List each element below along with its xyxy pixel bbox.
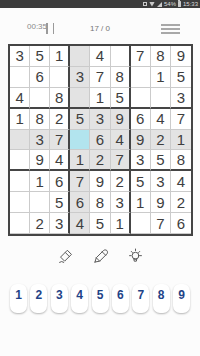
signal-icon [157, 2, 162, 7]
cell-r5c9[interactable]: 1 [171, 130, 191, 151]
cell-r4c4[interactable]: 5 [70, 109, 90, 130]
hamburger-icon [161, 24, 180, 26]
cell-r6c3[interactable]: 4 [50, 150, 70, 171]
pencil-icon [92, 247, 109, 266]
cell-r4c3[interactable]: 2 [50, 109, 70, 130]
cell-r8c6[interactable]: 3 [111, 192, 131, 213]
cell-r3c8[interactable] [151, 88, 171, 109]
cell-r7c3[interactable]: 6 [50, 171, 70, 192]
cell-r3c1[interactable]: 4 [10, 88, 30, 109]
cell-r2c1[interactable] [10, 67, 30, 88]
cell-r1c7[interactable]: 7 [131, 46, 151, 67]
cell-r2c9[interactable]: 5 [171, 67, 191, 88]
cell-r5c8[interactable]: 2 [151, 130, 171, 151]
clock: 15:33 [183, 0, 198, 8]
cell-r9c1[interactable] [10, 213, 30, 234]
cell-r9c5[interactable]: 5 [90, 213, 110, 234]
cell-r9c7[interactable] [131, 213, 151, 234]
screenshot-icon [143, 2, 147, 6]
cell-r4c2[interactable]: 8 [30, 109, 50, 130]
cell-r6c6[interactable]: 7 [111, 150, 131, 171]
cell-r3c4[interactable] [70, 88, 90, 109]
number-button-9[interactable]: 9 [173, 284, 190, 313]
cell-r8c2[interactable] [30, 192, 50, 213]
cell-r3c9[interactable]: 3 [171, 88, 191, 109]
cell-r9c6[interactable]: 1 [111, 213, 131, 234]
cell-r8c5[interactable]: 8 [90, 192, 110, 213]
cell-r1c6[interactable] [111, 46, 131, 67]
cell-r2c4[interactable]: 3 [70, 67, 90, 88]
cell-r4c5[interactable]: 3 [90, 109, 110, 130]
cell-r3c5[interactable]: 1 [90, 88, 110, 109]
cell-r1c9[interactable]: 9 [171, 46, 191, 67]
toolbar [0, 247, 200, 266]
number-button-7[interactable]: 7 [132, 284, 149, 313]
cell-r9c8[interactable]: 7 [151, 213, 171, 234]
cell-r5c7[interactable]: 9 [131, 130, 151, 151]
cell-r6c8[interactable]: 5 [151, 150, 171, 171]
cell-r4c6[interactable]: 9 [111, 109, 131, 130]
hamburger-icon [161, 28, 180, 30]
cell-r9c9[interactable]: 6 [171, 213, 191, 234]
cell-r6c7[interactable]: 3 [131, 150, 151, 171]
cell-r1c1[interactable]: 3 [10, 46, 30, 67]
cell-r2c8[interactable]: 1 [151, 67, 171, 88]
number-button-3[interactable]: 3 [51, 284, 68, 313]
cell-r8c9[interactable]: 2 [171, 192, 191, 213]
lightbulb-icon [127, 247, 144, 266]
cell-r9c3[interactable]: 3 [50, 213, 70, 234]
eraser-icon [57, 247, 74, 266]
cell-r7c4[interactable]: 7 [70, 171, 90, 192]
cell-r9c4[interactable]: 4 [70, 213, 90, 234]
cell-r6c9[interactable]: 8 [171, 150, 191, 171]
cell-r5c4[interactable] [70, 130, 90, 151]
cell-r6c5[interactable]: 2 [90, 150, 110, 171]
hamburger-icon [161, 32, 180, 34]
eraser-button[interactable] [57, 247, 74, 266]
number-button-1[interactable]: 1 [10, 284, 27, 313]
number-button-8[interactable]: 8 [153, 284, 170, 313]
cell-r6c4[interactable]: 1 [70, 150, 90, 171]
cell-r1c8[interactable]: 8 [151, 46, 171, 67]
cell-r2c6[interactable]: 8 [111, 67, 131, 88]
battery-icon [178, 1, 181, 7]
cell-r7c6[interactable]: 2 [111, 171, 131, 192]
cell-r1c4[interactable] [70, 46, 90, 67]
cell-r9c2[interactable]: 2 [30, 213, 50, 234]
cell-r5c1[interactable] [10, 130, 30, 151]
cell-r7c9[interactable]: 4 [171, 171, 191, 192]
cell-r3c7[interactable] [131, 88, 151, 109]
cell-r5c3[interactable]: 7 [50, 130, 70, 151]
cell-r8c8[interactable]: 9 [151, 192, 171, 213]
sudoku-board: 3514789637815481531825396473764921941273… [8, 44, 193, 236]
cell-r6c2[interactable]: 9 [30, 150, 50, 171]
cell-r4c8[interactable]: 4 [151, 109, 171, 130]
cell-r8c7[interactable]: 1 [131, 192, 151, 213]
pencil-button[interactable] [92, 247, 109, 266]
cell-r2c5[interactable]: 7 [90, 67, 110, 88]
cell-r3c3[interactable]: 8 [50, 88, 70, 109]
cell-r7c8[interactable]: 3 [151, 171, 171, 192]
wifi-icon [149, 2, 155, 7]
number-button-5[interactable]: 5 [92, 284, 109, 313]
sudoku-app: 54% 15:33 00:35 17 / 0 35147896378154815… [0, 0, 200, 356]
cell-r1c5[interactable]: 4 [90, 46, 110, 67]
number-pad: 123456789 [10, 284, 190, 313]
number-button-6[interactable]: 6 [112, 284, 129, 313]
cell-r8c4[interactable]: 6 [70, 192, 90, 213]
hint-button[interactable] [127, 247, 144, 266]
cell-r7c2[interactable]: 1 [30, 171, 50, 192]
cell-r8c3[interactable]: 5 [50, 192, 70, 213]
cell-r3c6[interactable]: 5 [111, 88, 131, 109]
number-button-4[interactable]: 4 [71, 284, 88, 313]
cell-r4c1[interactable]: 1 [10, 109, 30, 130]
cell-r6c1[interactable] [10, 150, 30, 171]
cell-r3c2[interactable] [30, 88, 50, 109]
cell-r7c7[interactable]: 5 [131, 171, 151, 192]
cell-r5c2[interactable]: 3 [30, 130, 50, 151]
cell-r5c5[interactable]: 6 [90, 130, 110, 151]
cell-r2c2[interactable]: 6 [30, 67, 50, 88]
cell-r4c7[interactable]: 6 [131, 109, 151, 130]
cell-r2c7[interactable] [131, 67, 151, 88]
cell-r2c3[interactable] [50, 67, 70, 88]
battery-percent: 54% [164, 0, 176, 8]
cell-r7c5[interactable]: 9 [90, 171, 110, 192]
cell-r1c3[interactable]: 1 [50, 46, 70, 67]
menu-button[interactable] [161, 24, 180, 34]
cell-r5c6[interactable]: 4 [111, 130, 131, 151]
cell-r1c2[interactable]: 5 [30, 46, 50, 67]
cell-r8c1[interactable] [10, 192, 30, 213]
status-bar: 54% 15:33 [0, 0, 200, 8]
cell-r4c9[interactable]: 7 [171, 109, 191, 130]
number-button-2[interactable]: 2 [30, 284, 47, 313]
cell-r7c1[interactable] [10, 171, 30, 192]
